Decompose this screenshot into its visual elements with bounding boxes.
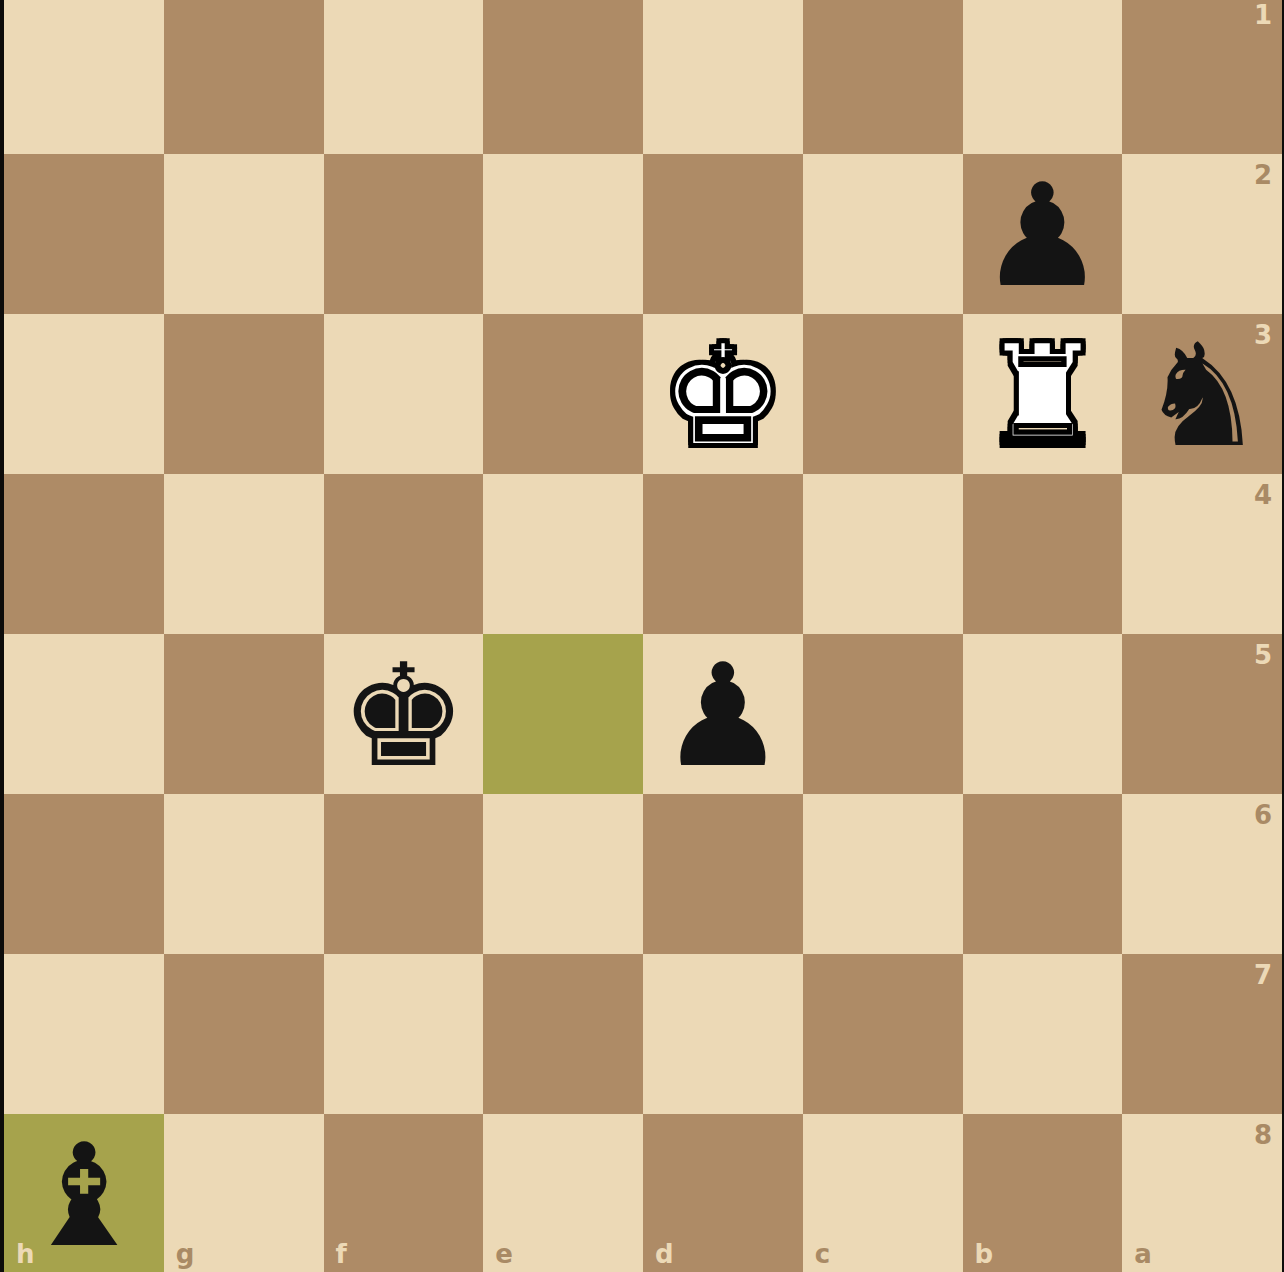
square-a2[interactable]: 2 [1122,154,1282,314]
square-e1[interactable] [483,0,643,154]
square-g3[interactable] [164,314,324,474]
square-h3[interactable] [4,314,164,474]
black-king[interactable]: ♚ [340,645,467,787]
square-g1[interactable] [164,0,324,154]
square-a4[interactable]: 4 [1122,474,1282,634]
square-d4[interactable] [643,474,803,634]
square-f3[interactable] [324,314,484,474]
square-b1[interactable] [963,0,1123,154]
square-g2[interactable] [164,154,324,314]
square-e8[interactable]: e [483,1114,643,1272]
square-f1[interactable] [324,0,484,154]
square-a1[interactable]: 1 [1122,0,1282,154]
square-e6[interactable] [483,794,643,954]
rank-label-6: 6 [1254,802,1272,828]
square-a3[interactable]: ♞3 [1122,314,1282,474]
square-g6[interactable] [164,794,324,954]
file-label-a: a [1134,1241,1152,1267]
square-d5[interactable]: ♟ [643,634,803,794]
square-g5[interactable] [164,634,324,794]
square-h2[interactable] [4,154,164,314]
square-f8[interactable]: f [324,1114,484,1272]
rank-label-7: 7 [1254,962,1272,988]
square-e7[interactable] [483,954,643,1114]
square-f6[interactable] [324,794,484,954]
rank-label-3: 3 [1254,322,1272,348]
square-b2[interactable]: ♟ [963,154,1123,314]
square-d6[interactable] [643,794,803,954]
square-h6[interactable] [4,794,164,954]
square-c7[interactable] [803,954,963,1114]
file-label-d: d [655,1241,674,1267]
square-a5[interactable]: 5 [1122,634,1282,794]
square-h1[interactable] [4,0,164,154]
file-label-e: e [495,1241,513,1267]
rank-label-2: 2 [1254,162,1272,188]
square-d3[interactable]: ♚ [643,314,803,474]
square-a8[interactable]: 8a [1122,1114,1282,1272]
black-bishop[interactable]: ♝ [20,1125,147,1267]
square-f7[interactable] [324,954,484,1114]
square-c2[interactable] [803,154,963,314]
square-c4[interactable] [803,474,963,634]
square-f5[interactable]: ♚ [324,634,484,794]
square-f4[interactable] [324,474,484,634]
chess-app-stage: 1♟2♚♜♞34♚♟567♝hgfedcb8a [0,0,1284,1272]
square-a7[interactable]: 7 [1122,954,1282,1114]
square-f2[interactable] [324,154,484,314]
square-b4[interactable] [963,474,1123,634]
square-b5[interactable] [963,634,1123,794]
white-king[interactable]: ♚ [659,325,786,467]
file-label-g: g [176,1241,195,1267]
square-c6[interactable] [803,794,963,954]
file-label-h: h [16,1241,35,1267]
rank-label-4: 4 [1254,482,1272,508]
square-e2[interactable] [483,154,643,314]
square-e4[interactable] [483,474,643,634]
file-label-c: c [815,1241,830,1267]
square-h5[interactable] [4,634,164,794]
black-pawn-d5[interactable]: ♟ [659,645,786,787]
square-c1[interactable] [803,0,963,154]
square-c5[interactable] [803,634,963,794]
file-label-f: f [336,1241,347,1267]
square-d2[interactable] [643,154,803,314]
rank-label-1: 1 [1254,2,1272,28]
square-h4[interactable] [4,474,164,634]
square-d1[interactable] [643,0,803,154]
black-pawn-b2[interactable]: ♟ [979,165,1106,307]
square-e3[interactable] [483,314,643,474]
square-e5[interactable] [483,634,643,794]
white-rook[interactable]: ♜ [979,325,1106,467]
black-knight[interactable]: ♞ [1138,325,1265,467]
square-h8[interactable]: ♝h [4,1114,164,1272]
rank-label-8: 8 [1254,1122,1272,1148]
file-label-b: b [975,1241,994,1267]
square-b8[interactable]: b [963,1114,1123,1272]
square-g4[interactable] [164,474,324,634]
square-b6[interactable] [963,794,1123,954]
square-g7[interactable] [164,954,324,1114]
square-c8[interactable]: c [803,1114,963,1272]
square-g8[interactable]: g [164,1114,324,1272]
square-d7[interactable] [643,954,803,1114]
square-d8[interactable]: d [643,1114,803,1272]
square-b7[interactable] [963,954,1123,1114]
rank-label-5: 5 [1254,642,1272,668]
square-b3[interactable]: ♜ [963,314,1123,474]
square-c3[interactable] [803,314,963,474]
square-h7[interactable] [4,954,164,1114]
chessboard: 1♟2♚♜♞34♚♟567♝hgfedcb8a [4,0,1282,1272]
square-a6[interactable]: 6 [1122,794,1282,954]
